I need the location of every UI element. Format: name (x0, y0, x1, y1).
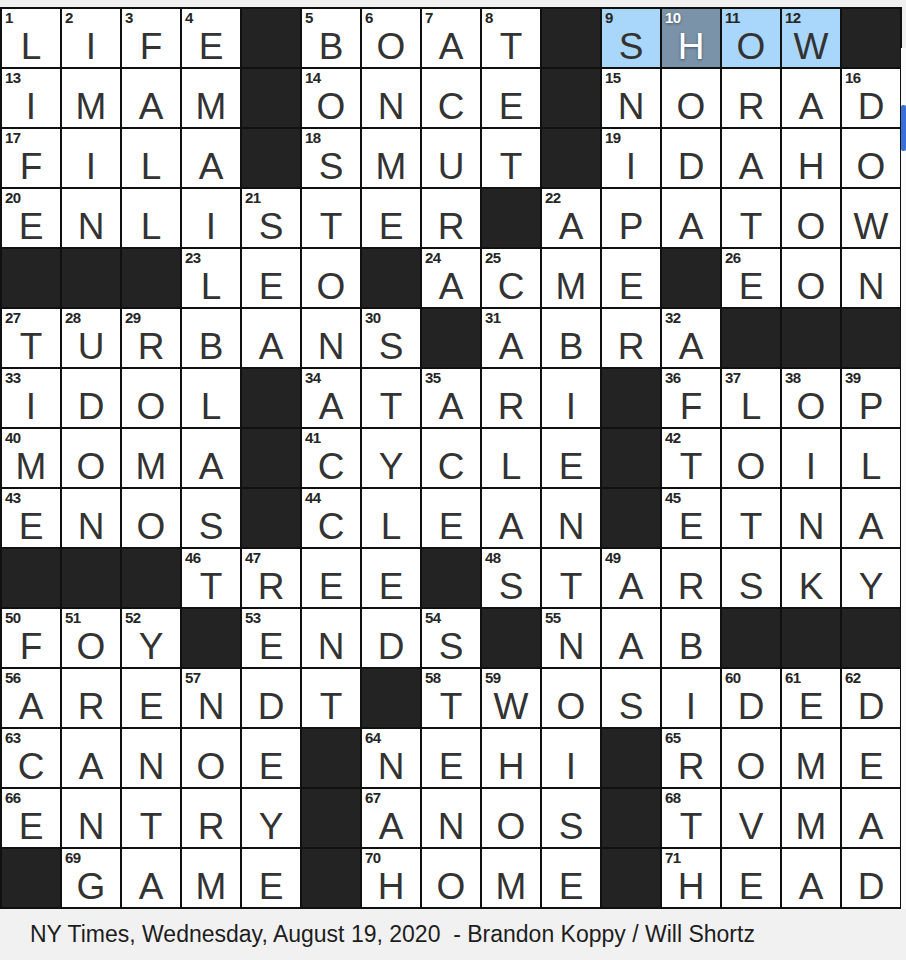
grid-cell-r12-c11[interactable]: S (602, 669, 660, 727)
cell-letter: G (62, 868, 120, 905)
grid-cell-r3-c8[interactable]: U (422, 129, 480, 187)
grid-cell-r4-c7[interactable]: E (362, 189, 420, 247)
cell-letter: N (542, 628, 600, 665)
cell-letter: N (362, 748, 420, 785)
grid-cell-r12-c1[interactable]: 56A (2, 669, 60, 727)
cell-letter: E (2, 208, 60, 245)
grid-cell-r13-c1[interactable]: 63C (2, 729, 60, 787)
grid-cell-r9-c14[interactable]: N (782, 489, 840, 547)
clue-number: 60 (725, 669, 741, 687)
cell-letter: L (482, 448, 540, 485)
grid-cell-r12-c4[interactable]: 57N (182, 669, 240, 727)
grid-cell-r2-c12[interactable]: O (662, 69, 720, 127)
cell-letter: T (662, 808, 720, 845)
grid-cell-r1-c7[interactable]: 6O (362, 9, 420, 67)
clue-number: 59 (485, 669, 501, 687)
cell-letter: A (782, 88, 840, 125)
grid-cell-r5-c10[interactable]: M (542, 249, 600, 307)
scrollbar-track[interactable] (901, 48, 906, 909)
cell-letter: N (62, 508, 120, 545)
grid-cell-r1-c9[interactable]: 8T (482, 9, 540, 67)
clue-number: 68 (665, 789, 681, 807)
clue-number: 11 (725, 9, 740, 27)
grid-cell-r9-c12[interactable]: 45E (662, 489, 720, 547)
grid-cell-r7-c15[interactable]: 39P (842, 369, 900, 427)
grid-cell-r5-c13[interactable]: 26E (722, 249, 780, 307)
grid-cell-r8-c9[interactable]: L (482, 429, 540, 487)
clue-number: 36 (665, 369, 681, 387)
cell-letter: A (62, 748, 120, 785)
cell-letter: E (542, 448, 600, 485)
grid-cell-r2-c3[interactable]: A (122, 69, 180, 127)
cell-letter: P (842, 388, 900, 425)
cell-letter: E (2, 808, 60, 845)
cell-letter: M (362, 148, 420, 185)
grid-cell-r8-c1[interactable]: 40M (2, 429, 60, 487)
grid-cell-r15-c8[interactable]: O (422, 849, 480, 907)
cell-letter: E (662, 508, 720, 545)
grid-cell-r4-c4[interactable]: I (182, 189, 240, 247)
grid-cell-r3-c14[interactable]: H (782, 129, 840, 187)
cell-letter: Y (242, 808, 300, 845)
cell-letter: D (662, 148, 720, 185)
black-cell (2, 849, 60, 907)
grid-cell-r7-c3[interactable]: O (122, 369, 180, 427)
grid-cell-r10-c13[interactable]: S (722, 549, 780, 607)
grid-cell-r3-c3[interactable]: L (122, 129, 180, 187)
grid-cell-r12-c15[interactable]: 62D (842, 669, 900, 727)
grid-cell-r8-c10[interactable]: E (542, 429, 600, 487)
grid-cell-r11-c10[interactable]: 55N (542, 609, 600, 667)
grid-cell-r6-c7[interactable]: 30S (362, 309, 420, 367)
grid-cell-r7-c7[interactable]: T (362, 369, 420, 427)
grid-cell-r14-c4[interactable]: R (182, 789, 240, 847)
cell-letter: E (482, 88, 540, 125)
black-cell (842, 309, 900, 367)
cell-letter: N (62, 208, 120, 245)
grid-cell-r10-c11[interactable]: 49A (602, 549, 660, 607)
grid-cell-r12-c8[interactable]: 58T (422, 669, 480, 727)
grid-cell-r9-c3[interactable]: O (122, 489, 180, 547)
grid-cell-r11-c11[interactable]: A (602, 609, 660, 667)
clue-number: 67 (365, 789, 381, 807)
grid-cell-r14-c10[interactable]: S (542, 789, 600, 847)
grid-cell-r4-c6[interactable]: T (302, 189, 360, 247)
black-cell (542, 69, 600, 127)
grid-cell-r15-c15[interactable]: D (842, 849, 900, 907)
grid-cell-r9-c8[interactable]: E (422, 489, 480, 547)
grid-cell-r3-c2[interactable]: I (62, 129, 120, 187)
black-cell (782, 609, 840, 667)
grid-cell-r15-c7[interactable]: 70H (362, 849, 420, 907)
clue-number: 45 (665, 489, 681, 507)
clue-number: 26 (725, 249, 741, 267)
cell-letter: R (242, 568, 300, 605)
grid-cell-r8-c12[interactable]: 42T (662, 429, 720, 487)
cell-letter: L (842, 448, 900, 485)
clue-number: 27 (5, 309, 21, 327)
black-cell (482, 609, 540, 667)
grid-cell-r7-c14[interactable]: 38O (782, 369, 840, 427)
grid-cell-r6-c6[interactable]: N (302, 309, 360, 367)
grid-cell-r12-c3[interactable]: E (122, 669, 180, 727)
clue-number: 66 (5, 789, 21, 807)
cell-letter: R (482, 388, 540, 425)
clue-number: 20 (5, 189, 21, 207)
cell-letter: R (722, 88, 780, 125)
grid-cell-r1-c14[interactable]: 12W (782, 9, 840, 67)
grid-cell-r10-c12[interactable]: R (662, 549, 720, 607)
clue-number: 13 (5, 69, 21, 87)
cell-letter: M (122, 448, 180, 485)
grid-cell-r4-c8[interactable]: R (422, 189, 480, 247)
grid-cell-r1-c11[interactable]: 9S (602, 9, 660, 67)
grid-cell-r1-c8[interactable]: 7A (422, 9, 480, 67)
grid-cell-r7-c12[interactable]: 36F (662, 369, 720, 427)
cell-letter: N (842, 268, 900, 305)
black-cell (302, 789, 360, 847)
grid-cell-r14-c13[interactable]: V (722, 789, 780, 847)
grid-cell-r11-c2[interactable]: 51O (62, 609, 120, 667)
grid-cell-r2-c14[interactable]: A (782, 69, 840, 127)
grid-cell-r8-c14[interactable]: I (782, 429, 840, 487)
clue-number: 35 (425, 369, 441, 387)
clue-number: 50 (5, 609, 21, 627)
cell-letter: Y (122, 628, 180, 665)
grid-cell-r7-c2[interactable]: D (62, 369, 120, 427)
cell-letter: A (302, 388, 360, 425)
grid-cell-r11-c7[interactable]: D (362, 609, 420, 667)
grid-cell-r3-c9[interactable]: T (482, 129, 540, 187)
grid-cell-r6-c1[interactable]: 27T (2, 309, 60, 367)
cell-letter: S (182, 508, 240, 545)
puzzle-caption: NY Times, Wednesday, August 19, 2020 - B… (0, 909, 906, 960)
cell-letter: E (602, 268, 660, 305)
scrollbar-thumb[interactable] (901, 105, 906, 151)
black-cell (362, 249, 420, 307)
grid-cell-r10-c4[interactable]: 46T (182, 549, 240, 607)
grid-cell-r15-c9[interactable]: M (482, 849, 540, 907)
clue-number: 46 (185, 549, 201, 567)
grid-cell-r9-c13[interactable]: T (722, 489, 780, 547)
grid-cell-r13-c10[interactable]: I (542, 729, 600, 787)
grid-cell-r11-c6[interactable]: N (302, 609, 360, 667)
grid-cell-r11-c12[interactable]: B (662, 609, 720, 667)
grid-cell-r14-c9[interactable]: O (482, 789, 540, 847)
grid-cell-r11-c1[interactable]: 50F (2, 609, 60, 667)
grid-cell-r4-c10[interactable]: 22A (542, 189, 600, 247)
grid-cell-r14-c15[interactable]: A (842, 789, 900, 847)
grid-cell-r8-c2[interactable]: O (62, 429, 120, 487)
grid-cell-r8-c8[interactable]: C (422, 429, 480, 487)
grid-cell-r6-c11[interactable]: R (602, 309, 660, 367)
grid-cell-r3-c1[interactable]: 17F (2, 129, 60, 187)
cell-letter: E (362, 568, 420, 605)
cell-letter: D (362, 628, 420, 665)
grid-cell-r8-c13[interactable]: O (722, 429, 780, 487)
grid-cell-r7-c6[interactable]: 34A (302, 369, 360, 427)
cell-letter: D (842, 868, 900, 905)
grid-cell-r3-c12[interactable]: D (662, 129, 720, 187)
cell-letter: E (122, 688, 180, 725)
grid-cell-r14-c3[interactable]: T (122, 789, 180, 847)
grid-cell-r3-c13[interactable]: A (722, 129, 780, 187)
grid-cell-r3-c15[interactable]: O (842, 129, 900, 187)
grid-cell-r8-c3[interactable]: M (122, 429, 180, 487)
grid-cell-r8-c4[interactable]: A (182, 429, 240, 487)
clue-number: 62 (845, 669, 861, 687)
grid-cell-r15-c13[interactable]: E (722, 849, 780, 907)
grid-cell-r6-c9[interactable]: 31A (482, 309, 540, 367)
grid-cell-r9-c10[interactable]: N (542, 489, 600, 547)
grid-cell-r13-c5[interactable]: E (242, 729, 300, 787)
grid-cell-r8-c15[interactable]: L (842, 429, 900, 487)
cell-letter: P (602, 208, 660, 245)
grid-cell-r13-c3[interactable]: N (122, 729, 180, 787)
grid-cell-r2-c6[interactable]: 14O (302, 69, 360, 127)
grid-cell-r1-c3[interactable]: 3F (122, 9, 180, 67)
grid-cell-r2-c15[interactable]: 16D (842, 69, 900, 127)
clue-number: 64 (365, 729, 381, 747)
grid-cell-r10-c7[interactable]: E (362, 549, 420, 607)
grid-cell-r1-c1[interactable]: 1L (2, 9, 60, 67)
grid-cell-r4-c2[interactable]: N (62, 189, 120, 247)
cell-letter: D (842, 688, 900, 725)
cell-letter: V (722, 808, 780, 845)
grid-cell-r2-c9[interactable]: E (482, 69, 540, 127)
cell-letter: F (2, 148, 60, 185)
grid-cell-r4-c15[interactable]: W (842, 189, 900, 247)
cell-letter: N (362, 88, 420, 125)
grid-cell-r9-c7[interactable]: L (362, 489, 420, 547)
grid-cell-r14-c14[interactable]: M (782, 789, 840, 847)
grid-cell-r12-c6[interactable]: T (302, 669, 360, 727)
grid-cell-r9-c2[interactable]: N (62, 489, 120, 547)
cell-letter: E (362, 208, 420, 245)
grid-cell-r12-c5[interactable]: D (242, 669, 300, 727)
grid-cell-r10-c14[interactable]: K (782, 549, 840, 607)
grid-cell-r7-c1[interactable]: 33I (2, 369, 60, 427)
cell-letter: I (182, 208, 240, 245)
cell-letter: O (842, 148, 900, 185)
black-cell (602, 489, 660, 547)
clue-number: 17 (5, 129, 21, 147)
grid-cell-r11-c8[interactable]: 54S (422, 609, 480, 667)
grid-cell-r4-c13[interactable]: T (722, 189, 780, 247)
cell-letter: L (182, 388, 240, 425)
grid-cell-r6-c5[interactable]: A (242, 309, 300, 367)
grid-cell-r2-c4[interactable]: M (182, 69, 240, 127)
black-cell (782, 309, 840, 367)
grid-cell-r3-c6[interactable]: 18S (302, 129, 360, 187)
grid-cell-r7-c9[interactable]: R (482, 369, 540, 427)
grid-cell-r6-c12[interactable]: 32A (662, 309, 720, 367)
grid-cell-r13-c8[interactable]: E (422, 729, 480, 787)
grid-cell-r13-c9[interactable]: H (482, 729, 540, 787)
grid-cell-r5-c11[interactable]: E (602, 249, 660, 307)
cell-letter: A (662, 328, 720, 365)
clue-number: 40 (5, 429, 21, 447)
grid-cell-r5-c14[interactable]: O (782, 249, 840, 307)
grid-cell-r5-c8[interactable]: 24A (422, 249, 480, 307)
grid-cell-r1-c4[interactable]: 4E (182, 9, 240, 67)
cell-letter: U (62, 328, 120, 365)
cell-letter: M (2, 448, 60, 485)
grid-cell-r5-c15[interactable]: N (842, 249, 900, 307)
grid-cell-r14-c1[interactable]: 66E (2, 789, 60, 847)
cell-letter: N (122, 748, 180, 785)
cell-letter: E (842, 748, 900, 785)
grid-cell-r12-c13[interactable]: 60D (722, 669, 780, 727)
grid-cell-r14-c12[interactable]: 68T (662, 789, 720, 847)
grid-cell-r8-c7[interactable]: Y (362, 429, 420, 487)
grid-cell-r2-c7[interactable]: N (362, 69, 420, 127)
grid-cell-r15-c14[interactable]: A (782, 849, 840, 907)
cell-letter: I (602, 148, 660, 185)
grid-cell-r2-c8[interactable]: C (422, 69, 480, 127)
clue-number: 57 (185, 669, 201, 687)
cell-letter: T (482, 148, 540, 185)
grid-cell-r15-c3[interactable]: A (122, 849, 180, 907)
grid-cell-r6-c10[interactable]: B (542, 309, 600, 367)
cell-letter: T (662, 448, 720, 485)
cell-letter: N (782, 508, 840, 545)
clue-number: 38 (785, 369, 801, 387)
cell-letter: W (482, 688, 540, 725)
grid-cell-r3-c7[interactable]: M (362, 129, 420, 187)
grid-cell-r14-c7[interactable]: 67A (362, 789, 420, 847)
cell-letter: L (182, 268, 240, 305)
grid-cell-r10-c6[interactable]: E (302, 549, 360, 607)
grid-cell-r10-c15[interactable]: Y (842, 549, 900, 607)
grid-cell-r2-c2[interactable]: M (62, 69, 120, 127)
grid-cell-r5-c6[interactable]: O (302, 249, 360, 307)
grid-cell-r7-c13[interactable]: 37L (722, 369, 780, 427)
grid-cell-r4-c11[interactable]: P (602, 189, 660, 247)
grid-cell-r9-c15[interactable]: A (842, 489, 900, 547)
grid-cell-r4-c5[interactable]: 21S (242, 189, 300, 247)
cell-letter: L (2, 28, 60, 65)
grid-cell-r12-c2[interactable]: R (62, 669, 120, 727)
grid-cell-r15-c5[interactable]: E (242, 849, 300, 907)
grid-cell-r9-c6[interactable]: 44C (302, 489, 360, 547)
clue-number: 61 (785, 669, 801, 687)
grid-cell-r4-c1[interactable]: 20E (2, 189, 60, 247)
cell-letter: O (62, 448, 120, 485)
grid-cell-r12-c9[interactable]: 59W (482, 669, 540, 727)
black-cell (422, 309, 480, 367)
grid-cell-r11-c5[interactable]: 53E (242, 609, 300, 667)
grid-cell-r13-c13[interactable]: O (722, 729, 780, 787)
clue-number: 10 (665, 9, 681, 27)
cell-letter: O (302, 88, 360, 125)
grid-cell-r12-c12[interactable]: I (662, 669, 720, 727)
clue-number: 4 (185, 9, 193, 27)
black-cell (602, 729, 660, 787)
cell-letter: C (482, 268, 540, 305)
grid-cell-r10-c10[interactable]: T (542, 549, 600, 607)
cell-letter: E (182, 28, 240, 65)
grid-cell-r10-c9[interactable]: 48S (482, 549, 540, 607)
grid-cell-r7-c8[interactable]: 35A (422, 369, 480, 427)
grid-cell-r6-c3[interactable]: 29R (122, 309, 180, 367)
clue-number: 69 (65, 849, 81, 867)
grid-cell-r15-c10[interactable]: E (542, 849, 600, 907)
grid-cell-r5-c5[interactable]: E (242, 249, 300, 307)
grid-cell-r10-c5[interactable]: 47R (242, 549, 300, 607)
clue-number: 3 (125, 9, 133, 27)
grid-cell-r1-c2[interactable]: 2I (62, 9, 120, 67)
grid-cell-r13-c12[interactable]: 65R (662, 729, 720, 787)
grid-cell-r15-c2[interactable]: 69G (62, 849, 120, 907)
cell-letter: O (782, 208, 840, 245)
grid-cell-r4-c12[interactable]: A (662, 189, 720, 247)
grid-cell-r13-c15[interactable]: E (842, 729, 900, 787)
clue-number: 54 (425, 609, 441, 627)
grid-cell-r7-c4[interactable]: L (182, 369, 240, 427)
cell-letter: A (422, 388, 480, 425)
grid-cell-r8-c6[interactable]: 41C (302, 429, 360, 487)
grid-cell-r13-c14[interactable]: M (782, 729, 840, 787)
cell-letter: A (242, 328, 300, 365)
cell-letter: T (122, 808, 180, 845)
grid-cell-r5-c9[interactable]: 25C (482, 249, 540, 307)
grid-cell-r14-c2[interactable]: N (62, 789, 120, 847)
grid-cell-r2-c1[interactable]: 13I (2, 69, 60, 127)
grid-cell-r6-c4[interactable]: B (182, 309, 240, 367)
grid-cell-r3-c4[interactable]: A (182, 129, 240, 187)
black-cell (362, 669, 420, 727)
grid-cell-r15-c4[interactable]: M (182, 849, 240, 907)
grid-cell-r4-c14[interactable]: O (782, 189, 840, 247)
cell-letter: T (362, 388, 420, 425)
cell-letter: D (242, 688, 300, 725)
grid-cell-r1-c12[interactable]: 10H (662, 9, 720, 67)
grid-cell-r1-c6[interactable]: 5B (302, 9, 360, 67)
grid-cell-r2-c13[interactable]: R (722, 69, 780, 127)
grid-cell-r11-c3[interactable]: 52Y (122, 609, 180, 667)
grid-cell-r9-c4[interactable]: S (182, 489, 240, 547)
grid-cell-r6-c2[interactable]: 28U (62, 309, 120, 367)
grid-cell-r1-c13[interactable]: 11O (722, 9, 780, 67)
grid-cell-r9-c1[interactable]: 43E (2, 489, 60, 547)
grid-cell-r14-c8[interactable]: N (422, 789, 480, 847)
grid-cell-r15-c12[interactable]: 71H (662, 849, 720, 907)
grid-cell-r9-c9[interactable]: A (482, 489, 540, 547)
grid-cell-r13-c2[interactable]: A (62, 729, 120, 787)
grid-cell-r13-c7[interactable]: 64N (362, 729, 420, 787)
cell-letter: O (482, 808, 540, 845)
cell-letter: E (782, 688, 840, 725)
cell-letter: A (842, 508, 900, 545)
grid-cell-r5-c4[interactable]: 23L (182, 249, 240, 307)
cell-letter: C (422, 88, 480, 125)
cell-letter: O (362, 28, 420, 65)
cell-letter: Y (842, 568, 900, 605)
cell-letter: A (482, 328, 540, 365)
black-cell (302, 729, 360, 787)
grid-cell-r12-c14[interactable]: 61E (782, 669, 840, 727)
grid-cell-r3-c11[interactable]: 19I (602, 129, 660, 187)
grid-cell-r14-c5[interactable]: Y (242, 789, 300, 847)
grid-cell-r4-c3[interactable]: L (122, 189, 180, 247)
cell-letter: M (782, 808, 840, 845)
clue-number: 8 (485, 9, 493, 27)
grid-cell-r12-c10[interactable]: O (542, 669, 600, 727)
grid-cell-r13-c4[interactable]: O (182, 729, 240, 787)
grid-cell-r7-c10[interactable]: I (542, 369, 600, 427)
grid-cell-r2-c11[interactable]: 15N (602, 69, 660, 127)
